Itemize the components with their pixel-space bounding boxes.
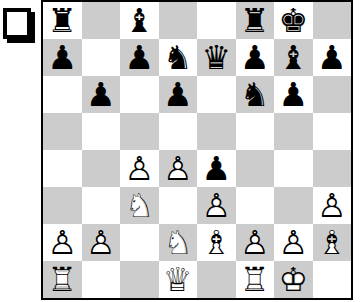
square-f8[interactable]: ♜ [236, 2, 275, 39]
square-g2[interactable]: ♟♙ [274, 224, 313, 261]
piece-black-pawn: ♟ [274, 76, 313, 113]
piece-white-knight: ♞♘ [120, 187, 159, 224]
white-to-move-indicator [3, 8, 31, 39]
square-f2[interactable]: ♟♙ [236, 224, 275, 261]
square-h3[interactable]: ♟♙ [313, 187, 352, 224]
piece-glyph: ♝ [120, 2, 159, 39]
square-h7[interactable]: ♟ [313, 39, 352, 76]
piece-black-pawn: ♟ [197, 150, 236, 187]
square-a3[interactable] [43, 187, 82, 224]
square-d7[interactable]: ♞ [159, 39, 198, 76]
piece-black-king: ♚ [274, 2, 313, 39]
piece-glyph: ♟ [82, 76, 121, 113]
chess-board: ♜♝♜♚♟♟♞♛♟♝♟♟♟♞♟♟♙♟♙♟♞♘♟♙♟♙♟♙♟♙♞♘♝♗♟♙♟♙♝♗… [41, 0, 353, 300]
piece-outline-layer: ♙ [197, 187, 236, 224]
piece-glyph: ♚ [274, 2, 313, 39]
square-a8[interactable]: ♜ [43, 2, 82, 39]
piece-glyph: ♟ [159, 76, 198, 113]
piece-glyph: ♞ [236, 76, 275, 113]
piece-black-pawn: ♟ [120, 39, 159, 76]
square-h6[interactable] [313, 76, 352, 113]
square-c8[interactable]: ♝ [120, 2, 159, 39]
square-d4[interactable]: ♟♙ [159, 150, 198, 187]
piece-outline-layer: ♔ [274, 261, 313, 298]
square-f4[interactable] [236, 150, 275, 187]
square-e5[interactable] [197, 113, 236, 150]
square-h5[interactable] [313, 113, 352, 150]
piece-glyph: ♞ [159, 39, 198, 76]
piece-outline-layer: ♙ [120, 150, 159, 187]
square-e7[interactable]: ♛ [197, 39, 236, 76]
piece-outline-layer: ♗ [197, 224, 236, 261]
square-c1[interactable] [120, 261, 159, 298]
piece-black-pawn: ♟ [313, 39, 352, 76]
piece-outline-layer: ♙ [159, 150, 198, 187]
square-b5[interactable] [82, 113, 121, 150]
square-b1[interactable] [82, 261, 121, 298]
piece-outline-layer: ♙ [43, 224, 82, 261]
piece-glyph: ♝ [274, 39, 313, 76]
piece-white-rook: ♜♖ [236, 261, 275, 298]
piece-black-bishop: ♝ [274, 39, 313, 76]
square-a7[interactable]: ♟ [43, 39, 82, 76]
piece-white-pawn: ♟♙ [313, 187, 352, 224]
square-e3[interactable]: ♟♙ [197, 187, 236, 224]
square-a2[interactable]: ♟♙ [43, 224, 82, 261]
square-g8[interactable]: ♚ [274, 2, 313, 39]
piece-outline-layer: ♙ [82, 224, 121, 261]
square-c7[interactable]: ♟ [120, 39, 159, 76]
piece-white-pawn: ♟♙ [43, 224, 82, 261]
square-e6[interactable] [197, 76, 236, 113]
square-e2[interactable]: ♝♗ [197, 224, 236, 261]
piece-glyph: ♟ [313, 39, 352, 76]
piece-outline-layer: ♗ [313, 224, 352, 261]
chess-diagram: ♜♝♜♚♟♟♞♛♟♝♟♟♟♞♟♟♙♟♙♟♞♘♟♙♟♙♟♙♟♙♞♘♝♗♟♙♟♙♝♗… [0, 0, 364, 302]
square-f5[interactable] [236, 113, 275, 150]
piece-black-knight: ♞ [159, 39, 198, 76]
square-g6[interactable]: ♟ [274, 76, 313, 113]
piece-white-pawn: ♟♙ [236, 224, 275, 261]
piece-black-rook: ♜ [43, 2, 82, 39]
square-d1[interactable]: ♛♕ [159, 261, 198, 298]
square-c5[interactable] [120, 113, 159, 150]
piece-glyph: ♜ [236, 2, 275, 39]
square-e8[interactable] [197, 2, 236, 39]
piece-white-pawn: ♟♙ [120, 150, 159, 187]
square-a5[interactable] [43, 113, 82, 150]
piece-glyph: ♛ [197, 39, 236, 76]
square-c6[interactable] [120, 76, 159, 113]
piece-outline-layer: ♕ [159, 261, 198, 298]
square-h4[interactable] [313, 150, 352, 187]
piece-white-pawn: ♟♙ [274, 224, 313, 261]
piece-outline-layer: ♙ [313, 187, 352, 224]
square-g5[interactable] [274, 113, 313, 150]
piece-outline-layer: ♙ [274, 224, 313, 261]
piece-black-rook: ♜ [236, 2, 275, 39]
square-d8[interactable] [159, 2, 198, 39]
piece-white-king: ♚♔ [274, 261, 313, 298]
piece-glyph: ♟ [197, 150, 236, 187]
piece-outline-layer: ♘ [159, 224, 198, 261]
square-f1[interactable]: ♜♖ [236, 261, 275, 298]
piece-black-pawn: ♟ [43, 39, 82, 76]
piece-white-rook: ♜♖ [43, 261, 82, 298]
piece-outline-layer: ♘ [120, 187, 159, 224]
piece-glyph: ♟ [236, 39, 275, 76]
square-e1[interactable] [197, 261, 236, 298]
square-a1[interactable]: ♜♖ [43, 261, 82, 298]
square-d3[interactable] [159, 187, 198, 224]
square-h8[interactable] [313, 2, 352, 39]
piece-glyph: ♜ [43, 2, 82, 39]
piece-black-pawn: ♟ [82, 76, 121, 113]
piece-glyph: ♟ [274, 76, 313, 113]
square-b6[interactable]: ♟ [82, 76, 121, 113]
piece-white-queen: ♛♕ [159, 261, 198, 298]
square-d2[interactable]: ♞♘ [159, 224, 198, 261]
square-g3[interactable] [274, 187, 313, 224]
piece-outline-layer: ♖ [43, 261, 82, 298]
square-c2[interactable] [120, 224, 159, 261]
square-g1[interactable]: ♚♔ [274, 261, 313, 298]
piece-outline-layer: ♙ [236, 224, 275, 261]
piece-black-pawn: ♟ [236, 39, 275, 76]
piece-white-pawn: ♟♙ [159, 150, 198, 187]
square-a6[interactable] [43, 76, 82, 113]
piece-white-pawn: ♟♙ [82, 224, 121, 261]
square-d6[interactable]: ♟ [159, 76, 198, 113]
square-c4[interactable]: ♟♙ [120, 150, 159, 187]
piece-black-bishop: ♝ [120, 2, 159, 39]
square-d5[interactable] [159, 113, 198, 150]
square-f7[interactable]: ♟ [236, 39, 275, 76]
square-e4[interactable]: ♟ [197, 150, 236, 187]
square-b3[interactable] [82, 187, 121, 224]
square-f3[interactable] [236, 187, 275, 224]
square-c3[interactable]: ♞♘ [120, 187, 159, 224]
piece-glyph: ♟ [120, 39, 159, 76]
square-g7[interactable]: ♝ [274, 39, 313, 76]
square-b2[interactable]: ♟♙ [82, 224, 121, 261]
piece-glyph: ♟ [43, 39, 82, 76]
piece-white-bishop: ♝♗ [197, 224, 236, 261]
piece-white-pawn: ♟♙ [197, 187, 236, 224]
square-h2[interactable]: ♝♗ [313, 224, 352, 261]
piece-white-knight: ♞♘ [159, 224, 198, 261]
square-h1[interactable] [313, 261, 352, 298]
piece-black-knight: ♞ [236, 76, 275, 113]
square-a4[interactable] [43, 150, 82, 187]
square-b7[interactable] [82, 39, 121, 76]
piece-black-pawn: ♟ [159, 76, 198, 113]
square-b4[interactable] [82, 150, 121, 187]
square-b8[interactable] [82, 2, 121, 39]
piece-outline-layer: ♖ [236, 261, 275, 298]
piece-black-queen: ♛ [197, 39, 236, 76]
square-g4[interactable] [274, 150, 313, 187]
piece-white-bishop: ♝♗ [313, 224, 352, 261]
square-f6[interactable]: ♞ [236, 76, 275, 113]
